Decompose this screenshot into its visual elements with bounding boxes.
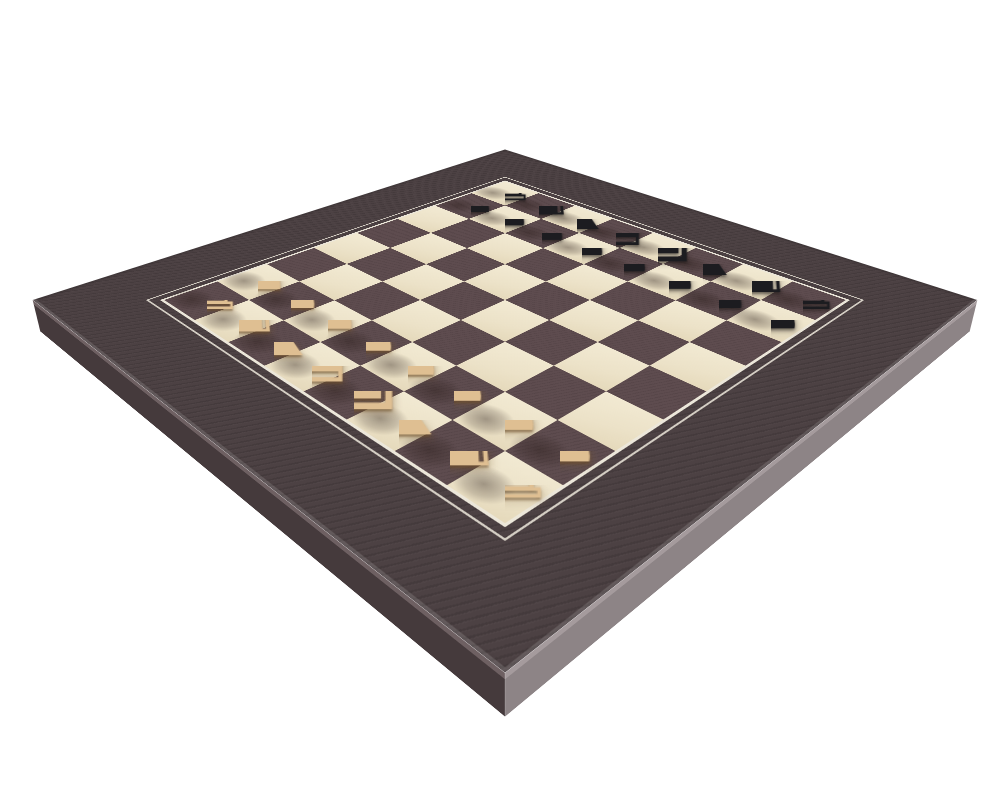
product-photo-scene: ♜♞♝♛♚♝♞♜♟♟♟♟♟♟♟♟♟♟♟♟♟♟♟♟♜♞♝♛♚♝♞♜ — [0, 0, 1000, 800]
chess-board: ♜♞♝♛♚♝♞♜♟♟♟♟♟♟♟♟♟♟♟♟♟♟♟♟♜♞♝♛♚♝♞♜ — [33, 150, 978, 673]
